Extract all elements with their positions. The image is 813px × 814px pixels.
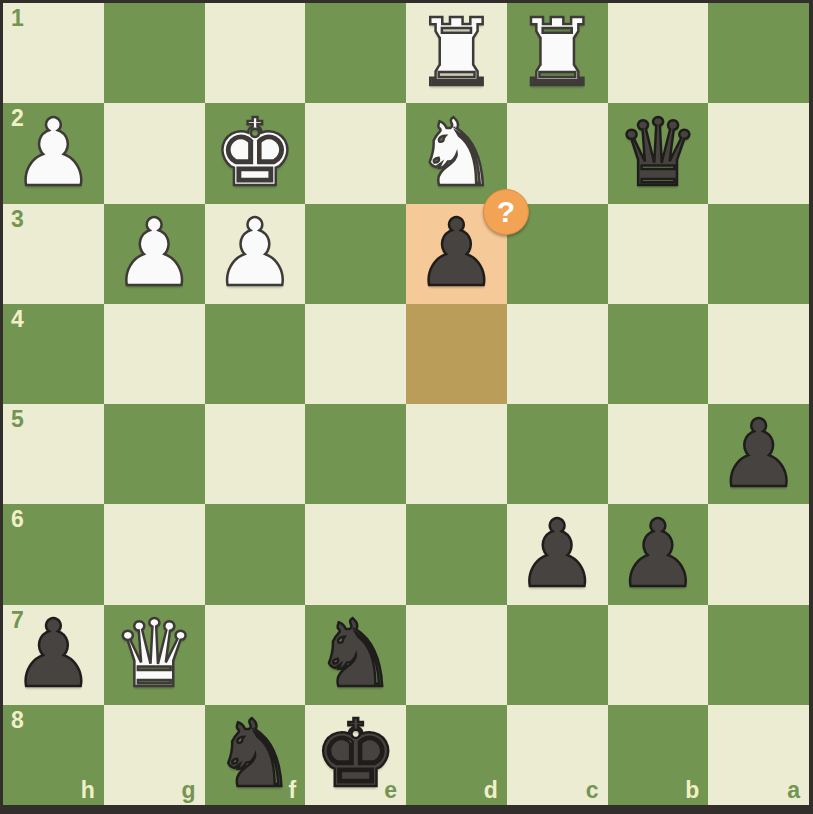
square-c7[interactable] (507, 605, 608, 705)
square-a1[interactable] (708, 3, 809, 103)
square-f8[interactable]: f♞ (205, 705, 306, 805)
square-g8[interactable]: g (104, 705, 205, 805)
file-label-a: a (787, 779, 800, 802)
square-b5[interactable] (608, 404, 709, 504)
square-g2[interactable] (104, 103, 205, 203)
square-b6[interactable]: ♟ (608, 504, 709, 604)
piece-white-king-f2[interactable]: ♚ (205, 103, 306, 203)
square-d8[interactable]: d (406, 705, 507, 805)
page-background: 1♜♜2♟♚♞♛3♟♟♟45♟6♟♟7♟♛♞8hgf♞e♚dcba? (0, 0, 813, 814)
square-h1[interactable]: 1 (3, 3, 104, 103)
square-b7[interactable] (608, 605, 709, 705)
square-e4[interactable] (305, 304, 406, 404)
square-a8[interactable]: a (708, 705, 809, 805)
piece-white-knight-d2[interactable]: ♞ (406, 103, 507, 203)
square-a3[interactable] (708, 204, 809, 304)
square-d5[interactable] (406, 404, 507, 504)
square-f6[interactable] (205, 504, 306, 604)
square-c8[interactable]: c (507, 705, 608, 805)
square-f2[interactable]: ♚ (205, 103, 306, 203)
file-label-h: h (81, 779, 95, 802)
piece-white-queen-g7[interactable]: ♛ (104, 605, 205, 705)
square-d6[interactable] (406, 504, 507, 604)
square-h3[interactable]: 3 (3, 204, 104, 304)
square-b1[interactable] (608, 3, 709, 103)
piece-black-knight-f8[interactable]: ♞ (205, 705, 306, 805)
rank-label-6: 6 (11, 508, 24, 531)
file-label-g: g (181, 779, 195, 802)
square-d7[interactable] (406, 605, 507, 705)
square-f5[interactable] (205, 404, 306, 504)
rank-label-4: 4 (11, 308, 24, 331)
square-c5[interactable] (507, 404, 608, 504)
square-h2[interactable]: 2♟ (3, 103, 104, 203)
chess-board: 1♜♜2♟♚♞♛3♟♟♟45♟6♟♟7♟♛♞8hgf♞e♚dcba? (3, 3, 809, 805)
square-d4[interactable] (406, 304, 507, 404)
piece-black-pawn-a5[interactable]: ♟ (708, 404, 809, 504)
square-g1[interactable] (104, 3, 205, 103)
square-e1[interactable] (305, 3, 406, 103)
piece-white-pawn-f3[interactable]: ♟ (205, 204, 306, 304)
square-a6[interactable] (708, 504, 809, 604)
square-a5[interactable]: ♟ (708, 404, 809, 504)
square-e6[interactable] (305, 504, 406, 604)
square-h7[interactable]: 7♟ (3, 605, 104, 705)
rank-label-8: 8 (11, 709, 24, 732)
square-f7[interactable] (205, 605, 306, 705)
piece-black-knight-e7[interactable]: ♞ (305, 605, 406, 705)
rank-label-1: 1 (11, 7, 24, 30)
square-c1[interactable]: ♜ (507, 3, 608, 103)
square-g4[interactable] (104, 304, 205, 404)
square-h8[interactable]: 8h (3, 705, 104, 805)
file-label-b: b (685, 779, 699, 802)
square-d2[interactable]: ♞ (406, 103, 507, 203)
square-g6[interactable] (104, 504, 205, 604)
square-b8[interactable]: b (608, 705, 709, 805)
square-h5[interactable]: 5 (3, 404, 104, 504)
square-e3[interactable] (305, 204, 406, 304)
square-a7[interactable] (708, 605, 809, 705)
square-g3[interactable]: ♟ (104, 204, 205, 304)
square-e2[interactable] (305, 103, 406, 203)
piece-black-pawn-b6[interactable]: ♟ (608, 504, 709, 604)
square-h4[interactable]: 4 (3, 304, 104, 404)
piece-black-pawn-c6[interactable]: ♟ (507, 504, 608, 604)
square-b3[interactable] (608, 204, 709, 304)
square-e5[interactable] (305, 404, 406, 504)
rank-label-3: 3 (11, 208, 24, 231)
square-c4[interactable] (507, 304, 608, 404)
file-label-d: d (484, 779, 498, 802)
piece-white-rook-d1[interactable]: ♜ (406, 3, 507, 103)
square-g5[interactable] (104, 404, 205, 504)
square-a4[interactable] (708, 304, 809, 404)
rank-label-5: 5 (11, 408, 24, 431)
square-g7[interactable]: ♛ (104, 605, 205, 705)
square-e8[interactable]: e♚ (305, 705, 406, 805)
move-classification-badge: ? (483, 189, 529, 235)
square-b4[interactable] (608, 304, 709, 404)
piece-black-queen-b2[interactable]: ♛ (608, 103, 709, 203)
square-f1[interactable] (205, 3, 306, 103)
piece-white-pawn-h2[interactable]: ♟ (3, 103, 104, 203)
piece-black-pawn-h7[interactable]: ♟ (3, 605, 104, 705)
square-a2[interactable] (708, 103, 809, 203)
file-label-c: c (586, 779, 599, 802)
square-f4[interactable] (205, 304, 306, 404)
piece-black-king-e8[interactable]: ♚ (305, 705, 406, 805)
square-c6[interactable]: ♟ (507, 504, 608, 604)
square-e7[interactable]: ♞ (305, 605, 406, 705)
square-h6[interactable]: 6 (3, 504, 104, 604)
square-d1[interactable]: ♜ (406, 3, 507, 103)
square-b2[interactable]: ♛ (608, 103, 709, 203)
piece-white-pawn-g3[interactable]: ♟ (104, 204, 205, 304)
piece-white-rook-c1[interactable]: ♜ (507, 3, 608, 103)
square-c2[interactable] (507, 103, 608, 203)
square-f3[interactable]: ♟ (205, 204, 306, 304)
